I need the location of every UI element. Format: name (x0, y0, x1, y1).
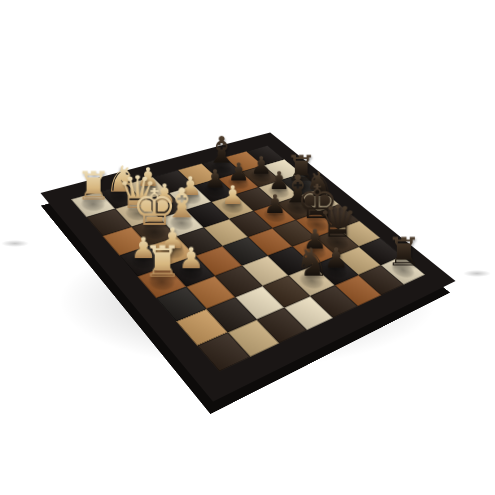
light-pawn-glyph: ♟ (221, 182, 244, 208)
board-perspective-wrapper: ♜♞♜♟♟♝♚♛♝♟♟♟♟♟♟♞♟♟♟♝♞♛♚♟♟♜♟♜ (70, 59, 426, 415)
piece-floor-shadow (463, 270, 491, 277)
captured-dark-pawn-glyph: ♟ (1, 211, 30, 243)
captured-light-knight-glyph: ♞ (458, 231, 495, 273)
board-square[interactable]: ♜ (381, 256, 425, 285)
dark-pawn-glyph: ♟ (263, 191, 286, 217)
board-square[interactable]: ♜ (71, 192, 115, 218)
dark-knight-glyph: ♞ (295, 243, 330, 282)
off-board-left: ♟ (0, 209, 32, 243)
light-rook-glyph: ♜ (76, 166, 111, 205)
board-square[interactable]: ♜ (137, 266, 186, 298)
dark-rook-glyph: ♜ (386, 232, 421, 271)
piece-floor-shadow (1, 240, 29, 247)
off-board-right: ♞ (455, 229, 495, 273)
product-image[interactable]: ♜♞♜♟♟♝♚♛♝♟♟♟♟♟♟♞♟♟♟♝♞♛♚♟♟♜♟♜ ♟ ♞ (0, 0, 495, 495)
light-rook-glyph: ♜ (143, 240, 182, 283)
light-pawn-glyph: ♟ (178, 243, 204, 272)
